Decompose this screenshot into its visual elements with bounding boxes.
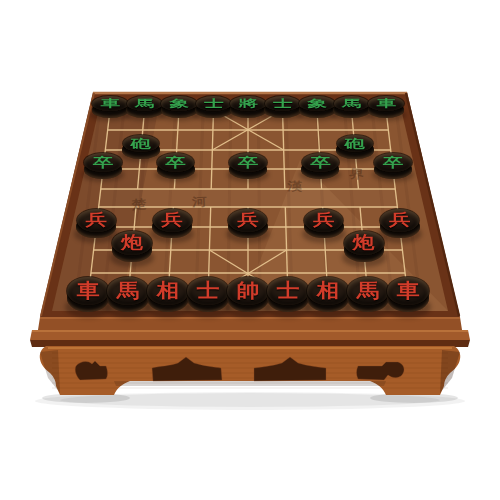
piece-top-face: 相	[147, 277, 188, 305]
piece-red-soldier[interactable]: 兵	[76, 209, 116, 239]
piece-character: 馬	[117, 281, 140, 301]
piece-character: 兵	[237, 212, 259, 228]
piece-character: 卒	[383, 156, 404, 169]
piece-green-horse[interactable]: 馬	[126, 96, 162, 117]
piece-green-cannon[interactable]: 砲	[122, 135, 160, 159]
piece-character: 砲	[345, 137, 365, 149]
piece-character: 象	[307, 98, 327, 109]
xiangqi-product-photo: 楚河漢界 車馬象士將士象馬車砲砲卒卒卒卒卒兵兵兵兵兵炮炮車馬相士帥士相馬車	[0, 0, 500, 500]
piece-character: 帥	[237, 281, 260, 301]
piece-top-face: 卒	[84, 153, 121, 172]
piece-character: 兵	[161, 212, 183, 228]
piece-top-face: 帥	[227, 277, 268, 305]
piece-character: 馬	[135, 98, 155, 109]
piece-character: 兵	[86, 212, 108, 228]
piece-character: 象	[169, 98, 189, 109]
piece-red-soldier[interactable]: 兵	[228, 209, 268, 239]
piece-red-soldier[interactable]: 兵	[380, 209, 420, 239]
piece-red-chariot[interactable]: 車	[387, 277, 429, 312]
piece-red-chariot[interactable]: 車	[67, 277, 109, 312]
piece-character: 兵	[313, 212, 335, 228]
pieces-layer: 車馬象士將士象馬車砲砲卒卒卒卒卒兵兵兵兵兵炮炮車馬相士帥士相馬車	[0, 0, 500, 500]
piece-top-face: 卒	[374, 153, 411, 172]
piece-green-soldier[interactable]: 卒	[157, 153, 195, 178]
piece-top-face: 士	[267, 277, 308, 305]
piece-red-elephant[interactable]: 相	[147, 277, 189, 312]
piece-red-soldier[interactable]: 兵	[304, 209, 344, 239]
piece-character: 士	[277, 281, 300, 301]
piece-character: 炮	[353, 235, 375, 252]
piece-top-face: 炮	[344, 231, 384, 256]
piece-green-elephant[interactable]: 象	[299, 96, 335, 117]
piece-character: 兵	[389, 212, 411, 228]
piece-character: 卒	[310, 156, 331, 169]
piece-character: 車	[376, 98, 396, 109]
piece-green-soldier[interactable]: 卒	[301, 153, 339, 178]
piece-top-face: 車	[387, 277, 428, 305]
piece-green-general[interactable]: 將	[230, 96, 266, 117]
piece-red-cannon[interactable]: 炮	[344, 231, 385, 263]
piece-top-face: 兵	[153, 209, 192, 232]
piece-top-face: 卒	[157, 153, 194, 172]
piece-top-face: 馬	[347, 277, 388, 305]
piece-green-horse[interactable]: 馬	[333, 96, 369, 117]
piece-top-face: 相	[307, 277, 348, 305]
piece-green-advisor[interactable]: 士	[195, 96, 231, 117]
piece-character: 馬	[342, 98, 362, 109]
piece-top-face: 車	[67, 277, 108, 305]
piece-top-face: 兵	[77, 209, 116, 232]
piece-character: 車	[77, 281, 100, 301]
piece-red-general[interactable]: 帥	[227, 277, 269, 312]
piece-character: 車	[397, 281, 420, 301]
piece-green-cannon[interactable]: 砲	[336, 135, 374, 159]
piece-character: 士	[204, 98, 224, 109]
piece-character: 卒	[165, 156, 186, 169]
piece-character: 相	[157, 281, 180, 301]
piece-character: 馬	[357, 281, 380, 301]
piece-red-cannon[interactable]: 炮	[112, 231, 153, 263]
piece-top-face: 卒	[229, 153, 266, 172]
piece-green-soldier[interactable]: 卒	[84, 153, 122, 178]
piece-character: 砲	[131, 137, 151, 149]
piece-character: 相	[317, 281, 340, 301]
piece-character: 士	[197, 281, 220, 301]
piece-red-horse[interactable]: 馬	[347, 277, 389, 312]
piece-green-elephant[interactable]: 象	[161, 96, 197, 117]
piece-character: 卒	[93, 156, 114, 169]
piece-red-advisor[interactable]: 士	[187, 277, 229, 312]
piece-top-face: 兵	[304, 209, 343, 232]
piece-green-advisor[interactable]: 士	[264, 96, 300, 117]
piece-red-horse[interactable]: 馬	[107, 277, 149, 312]
piece-character: 炮	[121, 235, 143, 252]
piece-green-soldier[interactable]: 卒	[374, 153, 412, 178]
piece-red-elephant[interactable]: 相	[307, 277, 349, 312]
piece-top-face: 兵	[228, 209, 267, 232]
piece-red-soldier[interactable]: 兵	[152, 209, 192, 239]
piece-top-face: 卒	[302, 153, 339, 172]
piece-character: 將	[238, 98, 258, 109]
piece-green-chariot[interactable]: 車	[92, 96, 128, 117]
piece-green-soldier[interactable]: 卒	[229, 153, 267, 178]
piece-character: 車	[100, 98, 120, 109]
piece-green-chariot[interactable]: 車	[368, 96, 404, 117]
piece-top-face: 士	[187, 277, 228, 305]
piece-top-face: 馬	[107, 277, 148, 305]
piece-red-advisor[interactable]: 士	[267, 277, 309, 312]
piece-character: 卒	[238, 156, 259, 169]
piece-top-face: 兵	[380, 209, 419, 232]
piece-character: 士	[273, 98, 293, 109]
